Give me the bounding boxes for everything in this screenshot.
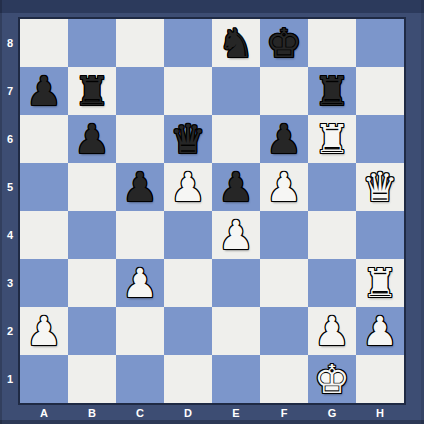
square-a6[interactable] — [20, 115, 68, 163]
square-a7[interactable]: ♟ — [20, 67, 68, 115]
piece-white-pawn-f5[interactable]: ♟ — [266, 163, 302, 211]
square-c3[interactable]: ♟ — [116, 259, 164, 307]
square-c8[interactable] — [116, 19, 164, 67]
piece-black-rook-b7[interactable]: ♜ — [74, 67, 110, 115]
square-f6[interactable]: ♟ — [260, 115, 308, 163]
square-c4[interactable] — [116, 211, 164, 259]
rank-label-8: 8 — [0, 19, 20, 67]
square-d7[interactable] — [164, 67, 212, 115]
square-b4[interactable] — [68, 211, 116, 259]
square-e1[interactable] — [212, 355, 260, 403]
square-a8[interactable] — [20, 19, 68, 67]
piece-white-king-g1[interactable]: ♚ — [314, 355, 350, 403]
square-h6[interactable] — [356, 115, 404, 163]
square-f2[interactable] — [260, 307, 308, 355]
square-f7[interactable] — [260, 67, 308, 115]
piece-black-pawn-a7[interactable]: ♟ — [26, 67, 62, 115]
piece-white-pawn-h2[interactable]: ♟ — [362, 307, 398, 355]
square-c5[interactable]: ♟ — [116, 163, 164, 211]
rank-label-5: 5 — [0, 163, 20, 211]
square-a4[interactable] — [20, 211, 68, 259]
square-b5[interactable] — [68, 163, 116, 211]
square-h8[interactable] — [356, 19, 404, 67]
rank-label-7: 7 — [0, 67, 20, 115]
square-h4[interactable] — [356, 211, 404, 259]
square-f4[interactable] — [260, 211, 308, 259]
square-e5[interactable]: ♟ — [212, 163, 260, 211]
square-a1[interactable] — [20, 355, 68, 403]
square-g1[interactable]: ♚ — [308, 355, 356, 403]
square-c1[interactable] — [116, 355, 164, 403]
square-d2[interactable] — [164, 307, 212, 355]
square-b2[interactable] — [68, 307, 116, 355]
square-h7[interactable] — [356, 67, 404, 115]
square-c2[interactable] — [116, 307, 164, 355]
square-g8[interactable] — [308, 19, 356, 67]
square-g7[interactable]: ♜ — [308, 67, 356, 115]
rank-label-4: 4 — [0, 211, 20, 259]
square-g2[interactable]: ♟ — [308, 307, 356, 355]
piece-black-rook-g7[interactable]: ♜ — [314, 67, 350, 115]
piece-white-rook-g6[interactable]: ♜ — [314, 115, 350, 163]
square-h5[interactable]: ♛ — [356, 163, 404, 211]
piece-white-pawn-d5[interactable]: ♟ — [170, 163, 206, 211]
square-e6[interactable] — [212, 115, 260, 163]
window-bottom-edge — [0, 420, 424, 424]
square-a2[interactable]: ♟ — [20, 307, 68, 355]
square-f3[interactable] — [260, 259, 308, 307]
rank-label-1: 1 — [0, 355, 20, 403]
square-c6[interactable] — [116, 115, 164, 163]
square-d6[interactable]: ♛ — [164, 115, 212, 163]
square-b7[interactable]: ♜ — [68, 67, 116, 115]
square-h1[interactable] — [356, 355, 404, 403]
rank-label-6: 6 — [0, 115, 20, 163]
square-a5[interactable] — [20, 163, 68, 211]
square-g3[interactable] — [308, 259, 356, 307]
square-h3[interactable]: ♜ — [356, 259, 404, 307]
piece-black-pawn-b6[interactable]: ♟ — [74, 115, 110, 163]
square-f8[interactable]: ♚ — [260, 19, 308, 67]
square-b6[interactable]: ♟ — [68, 115, 116, 163]
rank-label-2: 2 — [0, 307, 20, 355]
square-g5[interactable] — [308, 163, 356, 211]
piece-black-king-f8[interactable]: ♚ — [266, 19, 302, 67]
square-d8[interactable] — [164, 19, 212, 67]
piece-black-pawn-c5[interactable]: ♟ — [122, 163, 158, 211]
square-e7[interactable] — [212, 67, 260, 115]
square-b3[interactable] — [68, 259, 116, 307]
square-g6[interactable]: ♜ — [308, 115, 356, 163]
square-b8[interactable] — [68, 19, 116, 67]
piece-white-pawn-c3[interactable]: ♟ — [122, 259, 158, 307]
rank-labels: 87654321 — [0, 19, 20, 403]
piece-white-pawn-a2[interactable]: ♟ — [26, 307, 62, 355]
square-d1[interactable] — [164, 355, 212, 403]
square-d3[interactable] — [164, 259, 212, 307]
square-e4[interactable]: ♟ — [212, 211, 260, 259]
square-b1[interactable] — [68, 355, 116, 403]
piece-white-queen-h5[interactable]: ♛ — [362, 163, 398, 211]
piece-black-queen-d6[interactable]: ♛ — [170, 115, 206, 163]
square-f5[interactable]: ♟ — [260, 163, 308, 211]
square-g4[interactable] — [308, 211, 356, 259]
rank-label-3: 3 — [0, 259, 20, 307]
piece-black-pawn-f6[interactable]: ♟ — [266, 115, 302, 163]
square-c7[interactable] — [116, 67, 164, 115]
chess-diagram-window: 87654321 ♞♚♟♜♜♟♛♟♜♟♟♟♟♛♟♟♜♟♟♟♚ ABCDEFGH — [0, 0, 424, 424]
piece-black-pawn-e5[interactable]: ♟ — [218, 163, 254, 211]
square-d4[interactable] — [164, 211, 212, 259]
square-e3[interactable] — [212, 259, 260, 307]
piece-white-rook-h3[interactable]: ♜ — [362, 259, 398, 307]
window-top-edge — [0, 0, 424, 13]
square-e8[interactable]: ♞ — [212, 19, 260, 67]
square-e2[interactable] — [212, 307, 260, 355]
piece-white-pawn-g2[interactable]: ♟ — [314, 307, 350, 355]
piece-black-knight-e8[interactable]: ♞ — [218, 19, 254, 67]
square-f1[interactable] — [260, 355, 308, 403]
square-a3[interactable] — [20, 259, 68, 307]
square-d5[interactable]: ♟ — [164, 163, 212, 211]
chess-board[interactable]: ♞♚♟♜♜♟♛♟♜♟♟♟♟♛♟♟♜♟♟♟♚ — [20, 19, 404, 403]
square-h2[interactable]: ♟ — [356, 307, 404, 355]
piece-white-pawn-e4[interactable]: ♟ — [218, 211, 254, 259]
